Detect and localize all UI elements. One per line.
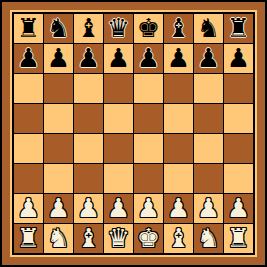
piece-black-knight[interactable]: ♞	[47, 14, 70, 43]
square-d4[interactable]	[104, 134, 133, 163]
piece-black-bishop[interactable]: ♝	[167, 14, 190, 43]
piece-black-pawn[interactable]: ♟	[167, 44, 190, 73]
board-frame-pinstripe: ♜♞♝♛♚♝♞♜♟♟♟♟♟♟♟♟♟♟♟♟♟♟♟♟♜♞♝♛♚♝♞♜	[10, 10, 257, 257]
piece-black-pawn[interactable]: ♟	[17, 44, 40, 73]
square-e8[interactable]: ♚	[134, 14, 163, 43]
piece-black-pawn[interactable]: ♟	[107, 44, 130, 73]
square-b7[interactable]: ♟	[44, 44, 73, 73]
piece-black-knight[interactable]: ♞	[197, 14, 220, 43]
square-f6[interactable]	[164, 74, 193, 103]
piece-white-pawn[interactable]: ♟	[17, 194, 40, 223]
square-d3[interactable]	[104, 164, 133, 193]
chess-window: ♜♞♝♛♚♝♞♜♟♟♟♟♟♟♟♟♟♟♟♟♟♟♟♟♜♞♝♛♚♝♞♜	[0, 0, 267, 267]
square-g6[interactable]	[194, 74, 223, 103]
square-c5[interactable]	[74, 104, 103, 133]
square-a6[interactable]	[14, 74, 43, 103]
piece-white-knight[interactable]: ♞	[197, 224, 220, 253]
piece-white-pawn[interactable]: ♟	[137, 194, 160, 223]
square-a8[interactable]: ♜	[14, 14, 43, 43]
piece-white-rook[interactable]: ♜	[17, 224, 40, 253]
square-h3[interactable]	[224, 164, 253, 193]
piece-white-pawn[interactable]: ♟	[167, 194, 190, 223]
square-c2[interactable]: ♟	[74, 194, 103, 223]
piece-white-pawn[interactable]: ♟	[107, 194, 130, 223]
square-b2[interactable]: ♟	[44, 194, 73, 223]
square-h8[interactable]: ♜	[224, 14, 253, 43]
square-b3[interactable]	[44, 164, 73, 193]
square-f5[interactable]	[164, 104, 193, 133]
piece-black-rook[interactable]: ♜	[17, 14, 40, 43]
square-f3[interactable]	[164, 164, 193, 193]
square-b1[interactable]: ♞	[44, 224, 73, 253]
square-e3[interactable]	[134, 164, 163, 193]
square-b5[interactable]	[44, 104, 73, 133]
piece-black-pawn[interactable]: ♟	[77, 44, 100, 73]
piece-white-king[interactable]: ♚	[137, 224, 160, 253]
piece-black-pawn[interactable]: ♟	[227, 44, 250, 73]
square-a2[interactable]: ♟	[14, 194, 43, 223]
square-c7[interactable]: ♟	[74, 44, 103, 73]
piece-white-pawn[interactable]: ♟	[77, 194, 100, 223]
square-g5[interactable]	[194, 104, 223, 133]
square-d6[interactable]	[104, 74, 133, 103]
piece-black-pawn[interactable]: ♟	[47, 44, 70, 73]
square-a1[interactable]: ♜	[14, 224, 43, 253]
piece-white-pawn[interactable]: ♟	[197, 194, 220, 223]
square-g3[interactable]	[194, 164, 223, 193]
square-e6[interactable]	[134, 74, 163, 103]
square-e1[interactable]: ♚	[134, 224, 163, 253]
square-e4[interactable]	[134, 134, 163, 163]
square-d2[interactable]: ♟	[104, 194, 133, 223]
square-f8[interactable]: ♝	[164, 14, 193, 43]
piece-white-pawn[interactable]: ♟	[47, 194, 70, 223]
square-d1[interactable]: ♛	[104, 224, 133, 253]
square-g7[interactable]: ♟	[194, 44, 223, 73]
square-e7[interactable]: ♟	[134, 44, 163, 73]
square-h2[interactable]: ♟	[224, 194, 253, 223]
square-h7[interactable]: ♟	[224, 44, 253, 73]
square-b6[interactable]	[44, 74, 73, 103]
square-h4[interactable]	[224, 134, 253, 163]
square-a4[interactable]	[14, 134, 43, 163]
piece-white-bishop[interactable]: ♝	[167, 224, 190, 253]
board-frame: ♜♞♝♛♚♝♞♜♟♟♟♟♟♟♟♟♟♟♟♟♟♟♟♟♜♞♝♛♚♝♞♜	[2, 2, 265, 265]
square-f1[interactable]: ♝	[164, 224, 193, 253]
square-b4[interactable]	[44, 134, 73, 163]
square-g1[interactable]: ♞	[194, 224, 223, 253]
square-d8[interactable]: ♛	[104, 14, 133, 43]
square-c4[interactable]	[74, 134, 103, 163]
square-a5[interactable]	[14, 104, 43, 133]
square-e5[interactable]	[134, 104, 163, 133]
square-c3[interactable]	[74, 164, 103, 193]
square-h5[interactable]	[224, 104, 253, 133]
piece-black-king[interactable]: ♚	[137, 14, 160, 43]
piece-white-queen[interactable]: ♛	[107, 224, 130, 253]
square-f7[interactable]: ♟	[164, 44, 193, 73]
piece-black-pawn[interactable]: ♟	[197, 44, 220, 73]
square-h1[interactable]: ♜	[224, 224, 253, 253]
board-outline: ♜♞♝♛♚♝♞♜♟♟♟♟♟♟♟♟♟♟♟♟♟♟♟♟♜♞♝♛♚♝♞♜	[12, 12, 255, 255]
chess-board: ♜♞♝♛♚♝♞♜♟♟♟♟♟♟♟♟♟♟♟♟♟♟♟♟♜♞♝♛♚♝♞♜	[14, 14, 253, 253]
square-f2[interactable]: ♟	[164, 194, 193, 223]
piece-black-pawn[interactable]: ♟	[137, 44, 160, 73]
piece-black-queen[interactable]: ♛	[107, 14, 130, 43]
piece-white-rook[interactable]: ♜	[227, 224, 250, 253]
square-a7[interactable]: ♟	[14, 44, 43, 73]
piece-black-rook[interactable]: ♜	[227, 14, 250, 43]
square-d5[interactable]	[104, 104, 133, 133]
square-f4[interactable]	[164, 134, 193, 163]
square-d7[interactable]: ♟	[104, 44, 133, 73]
square-a3[interactable]	[14, 164, 43, 193]
piece-white-pawn[interactable]: ♟	[227, 194, 250, 223]
square-g2[interactable]: ♟	[194, 194, 223, 223]
square-c8[interactable]: ♝	[74, 14, 103, 43]
square-g4[interactable]	[194, 134, 223, 163]
piece-white-bishop[interactable]: ♝	[77, 224, 100, 253]
square-c1[interactable]: ♝	[74, 224, 103, 253]
square-e2[interactable]: ♟	[134, 194, 163, 223]
square-b8[interactable]: ♞	[44, 14, 73, 43]
square-c6[interactable]	[74, 74, 103, 103]
piece-black-bishop[interactable]: ♝	[77, 14, 100, 43]
square-h6[interactable]	[224, 74, 253, 103]
square-g8[interactable]: ♞	[194, 14, 223, 43]
piece-white-knight[interactable]: ♞	[47, 224, 70, 253]
